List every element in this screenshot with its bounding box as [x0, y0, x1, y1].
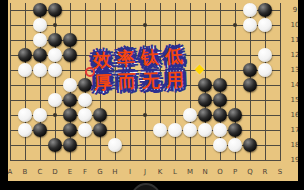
board-cell-A10[interactable]	[8, 18, 18, 33]
board-cell-I16[interactable]	[123, 108, 138, 123]
board-cell-O18[interactable]	[213, 138, 228, 153]
board-cell-O17[interactable]	[213, 123, 228, 138]
board-cell-D10[interactable]	[48, 18, 63, 33]
board-cell-E14[interactable]	[63, 78, 78, 93]
board-cell-H11[interactable]	[108, 33, 123, 48]
board-cell-F17[interactable]	[78, 123, 93, 138]
board-cell-H18[interactable]	[108, 138, 123, 153]
row-label-11: 11	[286, 33, 298, 48]
board-cell-E18[interactable]	[63, 138, 78, 153]
board-cell-F15[interactable]	[78, 93, 93, 108]
board-cell-P17[interactable]	[228, 123, 243, 138]
column-label-Q: Q	[243, 167, 258, 177]
board-cell-D11[interactable]	[48, 33, 63, 48]
board-cell-Q14[interactable]	[243, 78, 258, 93]
board-cell-M16[interactable]	[183, 108, 198, 123]
board-cell-K9[interactable]	[153, 3, 168, 18]
board-cell-G19[interactable]	[93, 153, 108, 168]
board-cell-P14[interactable]	[228, 78, 243, 93]
board-cell-L16[interactable]	[168, 108, 183, 123]
board-cell-H17[interactable]	[108, 123, 123, 138]
board-cell-E9[interactable]	[63, 3, 78, 18]
column-label-S: S	[273, 167, 288, 177]
board-cell-F11[interactable]	[78, 33, 93, 48]
row-label-19: 19	[286, 153, 298, 168]
board-cell-N9[interactable]	[198, 3, 213, 18]
board-cell-K16[interactable]	[153, 108, 168, 123]
red-ring-decoration-icon	[85, 67, 95, 77]
board-cell-G16[interactable]	[93, 108, 108, 123]
board-cell-K18[interactable]	[153, 138, 168, 153]
row-label-17: 17	[286, 123, 298, 138]
board-cell-P12[interactable]	[228, 48, 243, 63]
column-label-A: A	[8, 167, 18, 177]
board-cell-L10[interactable]	[168, 18, 183, 33]
column-label-N: N	[198, 167, 213, 177]
board-cell-K17[interactable]	[153, 123, 168, 138]
board-cell-O13[interactable]	[213, 63, 228, 78]
board-cell-M9[interactable]	[183, 3, 198, 18]
board-cell-R16[interactable]	[258, 108, 273, 123]
board-cell-Q19[interactable]	[243, 153, 258, 168]
row-label-18: 18	[286, 138, 298, 153]
board-cell-F10[interactable]	[78, 18, 93, 33]
board-cell-I9[interactable]	[123, 3, 138, 18]
board-cell-L19[interactable]	[168, 153, 183, 168]
board-cell-B16[interactable]	[18, 108, 33, 123]
board-cell-P9[interactable]	[228, 3, 243, 18]
board-cell-D18[interactable]	[48, 138, 63, 153]
board-cell-E11[interactable]	[63, 33, 78, 48]
row-label-10: 10	[286, 18, 298, 33]
board-cell-I18[interactable]	[123, 138, 138, 153]
board-cell-R17[interactable]	[258, 123, 273, 138]
board-cell-J10[interactable]	[138, 18, 153, 33]
board-cell-C14[interactable]	[33, 78, 48, 93]
row-label-12: 12	[286, 48, 298, 63]
board-cell-G10[interactable]	[93, 18, 108, 33]
board-cell-D9[interactable]	[48, 3, 63, 18]
board-cell-R9[interactable]	[258, 3, 273, 18]
board-cell-P11[interactable]	[228, 33, 243, 48]
board-cell-A14[interactable]	[8, 78, 18, 93]
board-cell-B11[interactable]	[18, 33, 33, 48]
go-board-area: ABCDEFGHIJKLMNOPQRS 91011121314151617181…	[8, 0, 298, 181]
board-cell-D12[interactable]	[48, 48, 63, 63]
board-cell-R11[interactable]	[258, 33, 273, 48]
column-label-M: M	[183, 167, 198, 177]
board-cell-B13[interactable]	[18, 63, 33, 78]
board-cell-J18[interactable]	[138, 138, 153, 153]
board-cell-O10[interactable]	[213, 18, 228, 33]
board-cell-K15[interactable]	[153, 93, 168, 108]
board-cell-O15[interactable]	[213, 93, 228, 108]
avatar[interactable]	[131, 183, 161, 190]
board-cell-I10[interactable]	[123, 18, 138, 33]
board-cell-C10[interactable]	[33, 18, 48, 33]
column-label-G: G	[93, 167, 108, 177]
board-cell-Q18[interactable]	[243, 138, 258, 153]
board-cell-O19[interactable]	[213, 153, 228, 168]
column-label-K: K	[153, 167, 168, 177]
board-cell-M17[interactable]	[183, 123, 198, 138]
board-cell-N19[interactable]	[198, 153, 213, 168]
board-cell-O11[interactable]	[213, 33, 228, 48]
board-cell-F12[interactable]	[78, 48, 93, 63]
board-cell-J16[interactable]	[138, 108, 153, 123]
board-cell-N16[interactable]	[198, 108, 213, 123]
board-cell-A15[interactable]	[8, 93, 18, 108]
board-cell-H9[interactable]	[108, 3, 123, 18]
column-label-H: H	[108, 167, 123, 177]
board-cell-F14[interactable]	[78, 78, 93, 93]
board-cell-H19[interactable]	[108, 153, 123, 168]
board-cell-G11[interactable]	[93, 33, 108, 48]
board-cell-B14[interactable]	[18, 78, 33, 93]
board-cell-G18[interactable]	[93, 138, 108, 153]
board-cell-M10[interactable]	[183, 18, 198, 33]
board-cell-H15[interactable]	[108, 93, 123, 108]
board-cell-B10[interactable]	[18, 18, 33, 33]
board-cell-Q11[interactable]	[243, 33, 258, 48]
board-cell-N17[interactable]	[198, 123, 213, 138]
board-cell-E13[interactable]	[63, 63, 78, 78]
board-cell-I17[interactable]	[123, 123, 138, 138]
board-cell-I19[interactable]	[123, 153, 138, 168]
board-cell-D15[interactable]	[48, 93, 63, 108]
board-cell-E15[interactable]	[63, 93, 78, 108]
board-cell-C12[interactable]	[33, 48, 48, 63]
column-label-I: I	[123, 167, 138, 177]
column-label-P: P	[228, 167, 243, 177]
row-label-14: 14	[286, 78, 298, 93]
board-cell-A19[interactable]	[8, 153, 18, 168]
column-label-B: B	[18, 167, 33, 177]
board-cell-Q16[interactable]	[243, 108, 258, 123]
board-cell-C18[interactable]	[33, 138, 48, 153]
board-cell-O12[interactable]	[213, 48, 228, 63]
row-labels: 910111213141516171819	[286, 3, 298, 168]
board-cell-B18[interactable]	[18, 138, 33, 153]
column-label-J: J	[138, 167, 153, 177]
board-cell-F18[interactable]	[78, 138, 93, 153]
board-cell-C16[interactable]	[33, 108, 48, 123]
board-cell-A17[interactable]	[8, 123, 18, 138]
board-cell-A13[interactable]	[8, 63, 18, 78]
board-cell-J17[interactable]	[138, 123, 153, 138]
column-label-D: D	[48, 167, 63, 177]
board-cell-N14[interactable]	[198, 78, 213, 93]
board-cell-E12[interactable]	[63, 48, 78, 63]
board-cell-E17[interactable]	[63, 123, 78, 138]
board-cell-G9[interactable]	[93, 3, 108, 18]
row-label-9: 9	[286, 3, 298, 18]
board-cell-L18[interactable]	[168, 138, 183, 153]
board-cell-M18[interactable]	[183, 138, 198, 153]
board-cell-E10[interactable]	[63, 18, 78, 33]
board-cell-Q17[interactable]	[243, 123, 258, 138]
board-cell-D19[interactable]	[48, 153, 63, 168]
board-cell-R10[interactable]	[258, 18, 273, 33]
board-cell-P18[interactable]	[228, 138, 243, 153]
bottom-bar	[0, 181, 304, 190]
board-cell-A16[interactable]	[8, 108, 18, 123]
row-label-15: 15	[286, 93, 298, 108]
board-cell-Q13[interactable]	[243, 63, 258, 78]
board-cell-N12[interactable]	[198, 48, 213, 63]
board-cell-A11[interactable]	[8, 33, 18, 48]
board-cell-R13[interactable]	[258, 63, 273, 78]
board-cell-Q15[interactable]	[243, 93, 258, 108]
board-cell-M19[interactable]	[183, 153, 198, 168]
board-cell-N11[interactable]	[198, 33, 213, 48]
row-label-16: 16	[286, 108, 298, 123]
board-cell-B15[interactable]	[18, 93, 33, 108]
board-cell-L15[interactable]	[168, 93, 183, 108]
board-cell-Q12[interactable]	[243, 48, 258, 63]
board-cell-Q9[interactable]	[243, 3, 258, 18]
board-cell-D16[interactable]	[48, 108, 63, 123]
board-cell-M15[interactable]	[183, 93, 198, 108]
board-cell-B17[interactable]	[18, 123, 33, 138]
column-label-C: C	[33, 167, 48, 177]
board-cell-C15[interactable]	[33, 93, 48, 108]
go-app-screenshot: ABCDEFGHIJKLMNOPQRS 91011121314151617181…	[0, 0, 304, 190]
board-cell-A12[interactable]	[8, 48, 18, 63]
board-cell-Q10[interactable]	[243, 18, 258, 33]
board-cell-D14[interactable]	[48, 78, 63, 93]
column-labels: ABCDEFGHIJKLMNOPQRS	[8, 167, 288, 177]
board-cell-F9[interactable]	[78, 3, 93, 18]
board-cell-P13[interactable]	[228, 63, 243, 78]
board-cell-J9[interactable]	[138, 3, 153, 18]
board-cell-F16[interactable]	[78, 108, 93, 123]
board-cell-G17[interactable]	[93, 123, 108, 138]
board-cell-K10[interactable]	[153, 18, 168, 33]
board-cell-O16[interactable]	[213, 108, 228, 123]
board-cell-P15[interactable]	[228, 93, 243, 108]
board-cell-B9[interactable]	[18, 3, 33, 18]
board-cell-H16[interactable]	[108, 108, 123, 123]
board-cell-K19[interactable]	[153, 153, 168, 168]
board-cell-D13[interactable]	[48, 63, 63, 78]
board-cell-N15[interactable]	[198, 93, 213, 108]
board-cell-G15[interactable]	[93, 93, 108, 108]
board-cell-A18[interactable]	[8, 138, 18, 153]
board-cell-R12[interactable]	[258, 48, 273, 63]
column-label-F: F	[78, 167, 93, 177]
caption-line-2: 厚而无用	[94, 67, 191, 94]
board-cell-J15[interactable]	[138, 93, 153, 108]
column-label-L: L	[168, 167, 183, 177]
board-cell-A9[interactable]	[8, 3, 18, 18]
column-label-R: R	[258, 167, 273, 177]
board-cell-L17[interactable]	[168, 123, 183, 138]
board-cell-R19[interactable]	[258, 153, 273, 168]
board-cell-O14[interactable]	[213, 78, 228, 93]
board-cell-C17[interactable]	[33, 123, 48, 138]
board-cell-N18[interactable]	[198, 138, 213, 153]
board-cell-L9[interactable]	[168, 3, 183, 18]
board-cell-C19[interactable]	[33, 153, 48, 168]
board-cell-R14[interactable]	[258, 78, 273, 93]
board-cell-F19[interactable]	[78, 153, 93, 168]
board-cell-I15[interactable]	[123, 93, 138, 108]
board-cell-C9[interactable]	[33, 3, 48, 18]
board-cell-R18[interactable]	[258, 138, 273, 153]
board-cell-P10[interactable]	[228, 18, 243, 33]
board-cell-O9[interactable]	[213, 3, 228, 18]
board-cell-R15[interactable]	[258, 93, 273, 108]
board-cell-H10[interactable]	[108, 18, 123, 33]
board-cell-B19[interactable]	[18, 153, 33, 168]
board-cell-E16[interactable]	[63, 108, 78, 123]
column-label-O: O	[213, 167, 228, 177]
board-cell-C13[interactable]	[33, 63, 48, 78]
board-cell-D17[interactable]	[48, 123, 63, 138]
row-label-13: 13	[286, 63, 298, 78]
board-cell-J19[interactable]	[138, 153, 153, 168]
board-cell-P19[interactable]	[228, 153, 243, 168]
board-cell-B12[interactable]	[18, 48, 33, 63]
board-cell-N10[interactable]	[198, 18, 213, 33]
board-cell-E19[interactable]	[63, 153, 78, 168]
board-cell-C11[interactable]	[33, 33, 48, 48]
board-cell-P16[interactable]	[228, 108, 243, 123]
column-label-E: E	[63, 167, 78, 177]
